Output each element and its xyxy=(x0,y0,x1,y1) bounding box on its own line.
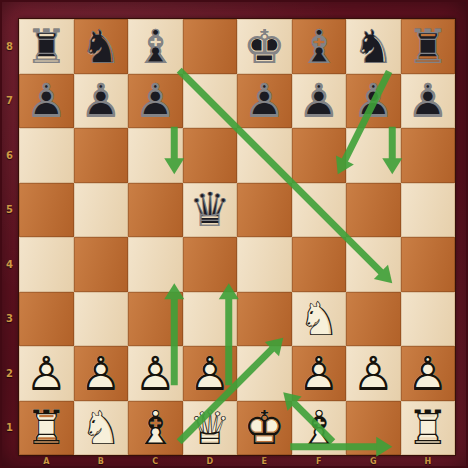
file-label-g: G xyxy=(346,455,401,468)
square-d2[interactable] xyxy=(183,346,238,401)
square-h3[interactable] xyxy=(401,292,456,347)
square-d3[interactable] xyxy=(183,292,238,347)
board: ♜♖♞♘♝♗♚♔♝♗♞♘♜♖♟♙♟♙♟♙♟♙♟♙♟♙♟♙♛♕♞♘♟♙♟♙♟♙♟♙… xyxy=(19,19,455,455)
square-b1[interactable] xyxy=(74,401,129,456)
square-c2[interactable] xyxy=(128,346,183,401)
square-e3[interactable] xyxy=(237,292,292,347)
square-a8[interactable] xyxy=(19,19,74,74)
square-h4[interactable] xyxy=(401,237,456,292)
square-h6[interactable] xyxy=(401,128,456,183)
rank-label-4: 4 xyxy=(0,237,19,292)
square-b6[interactable] xyxy=(74,128,129,183)
square-f8[interactable] xyxy=(292,19,347,74)
square-h5[interactable] xyxy=(401,183,456,238)
square-e6[interactable] xyxy=(237,128,292,183)
file-label-b: B xyxy=(74,455,129,468)
square-f2[interactable] xyxy=(292,346,347,401)
square-d1[interactable] xyxy=(183,401,238,456)
square-c1[interactable] xyxy=(128,401,183,456)
rank-labels: 87654321 xyxy=(0,19,19,455)
square-c7[interactable] xyxy=(128,74,183,129)
rank-label-6: 6 xyxy=(0,128,19,183)
square-a1[interactable] xyxy=(19,401,74,456)
square-d8[interactable] xyxy=(183,19,238,74)
file-label-f: F xyxy=(292,455,347,468)
square-e1[interactable] xyxy=(237,401,292,456)
chess-board-frame: 87654321 ABCDEFGH ♜♖♞♘♝♗♚♔♝♗♞♘♜♖♟♙♟♙♟♙♟♙… xyxy=(0,0,468,468)
square-a3[interactable] xyxy=(19,292,74,347)
rank-label-1: 1 xyxy=(0,401,19,456)
square-g2[interactable] xyxy=(346,346,401,401)
square-c5[interactable] xyxy=(128,183,183,238)
file-label-a: A xyxy=(19,455,74,468)
square-e2[interactable] xyxy=(237,346,292,401)
rank-label-7: 7 xyxy=(0,74,19,129)
square-a4[interactable] xyxy=(19,237,74,292)
square-b5[interactable] xyxy=(74,183,129,238)
square-b3[interactable] xyxy=(74,292,129,347)
square-a2[interactable] xyxy=(19,346,74,401)
rank-label-3: 3 xyxy=(0,292,19,347)
rank-label-2: 2 xyxy=(0,346,19,401)
square-f4[interactable] xyxy=(292,237,347,292)
square-h1[interactable] xyxy=(401,401,456,456)
square-e8[interactable] xyxy=(237,19,292,74)
square-g1[interactable] xyxy=(346,401,401,456)
square-e4[interactable] xyxy=(237,237,292,292)
square-c4[interactable] xyxy=(128,237,183,292)
square-a7[interactable] xyxy=(19,74,74,129)
square-c8[interactable] xyxy=(128,19,183,74)
square-f6[interactable] xyxy=(292,128,347,183)
square-d5[interactable] xyxy=(183,183,238,238)
square-b8[interactable] xyxy=(74,19,129,74)
square-f1[interactable] xyxy=(292,401,347,456)
square-h8[interactable] xyxy=(401,19,456,74)
rank-label-5: 5 xyxy=(0,183,19,238)
square-a5[interactable] xyxy=(19,183,74,238)
square-b2[interactable] xyxy=(74,346,129,401)
square-f7[interactable] xyxy=(292,74,347,129)
square-e7[interactable] xyxy=(237,74,292,129)
square-d6[interactable] xyxy=(183,128,238,183)
square-g4[interactable] xyxy=(346,237,401,292)
square-h2[interactable] xyxy=(401,346,456,401)
square-g3[interactable] xyxy=(346,292,401,347)
square-h7[interactable] xyxy=(401,74,456,129)
square-g6[interactable] xyxy=(346,128,401,183)
square-g7[interactable] xyxy=(346,74,401,129)
square-g8[interactable] xyxy=(346,19,401,74)
square-f5[interactable] xyxy=(292,183,347,238)
square-c3[interactable] xyxy=(128,292,183,347)
rank-label-8: 8 xyxy=(0,19,19,74)
square-d7[interactable] xyxy=(183,74,238,129)
square-b7[interactable] xyxy=(74,74,129,129)
square-g5[interactable] xyxy=(346,183,401,238)
square-f3[interactable] xyxy=(292,292,347,347)
file-label-d: D xyxy=(183,455,238,468)
square-d4[interactable] xyxy=(183,237,238,292)
file-labels: ABCDEFGH xyxy=(19,455,455,468)
file-label-c: C xyxy=(128,455,183,468)
square-e5[interactable] xyxy=(237,183,292,238)
square-c6[interactable] xyxy=(128,128,183,183)
file-label-h: H xyxy=(401,455,456,468)
square-a6[interactable] xyxy=(19,128,74,183)
file-label-e: E xyxy=(237,455,292,468)
square-b4[interactable] xyxy=(74,237,129,292)
